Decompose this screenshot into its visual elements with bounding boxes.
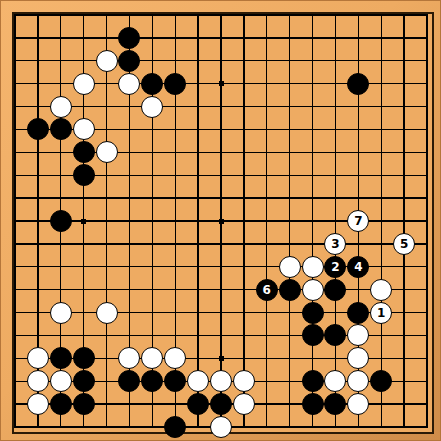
white-stone: [96, 50, 118, 72]
black-stone: [164, 416, 186, 438]
white-stone: [73, 118, 95, 140]
white-stone: [118, 73, 140, 95]
black-stone: 2: [324, 256, 346, 278]
black-stone: [302, 370, 324, 392]
black-stone: [164, 73, 186, 95]
black-stone: [118, 50, 140, 72]
grid-line-horizontal: [14, 243, 427, 244]
black-stone: [50, 347, 72, 369]
white-stone: [141, 347, 163, 369]
black-stone: [73, 347, 95, 369]
white-stone: [50, 302, 72, 324]
white-stone: [302, 279, 324, 301]
white-stone: [279, 256, 301, 278]
star-point: [219, 81, 224, 86]
white-stone: [27, 370, 49, 392]
white-stone: 1: [370, 302, 392, 324]
white-stone: [347, 370, 369, 392]
black-stone: [50, 210, 72, 232]
black-stone: [141, 370, 163, 392]
white-stone: [233, 393, 255, 415]
white-stone: [302, 256, 324, 278]
white-stone: 3: [324, 233, 346, 255]
grid-line-horizontal: [14, 289, 427, 290]
black-stone: [302, 302, 324, 324]
black-stone: [73, 370, 95, 392]
black-stone: [347, 73, 369, 95]
move-number-label: 7: [354, 215, 362, 227]
black-stone: [347, 302, 369, 324]
move-number-label: 5: [400, 238, 408, 250]
grid-line-vertical: [243, 14, 244, 427]
grid-line-vertical: [335, 14, 336, 427]
white-stone: [347, 324, 369, 346]
star-point: [219, 356, 224, 361]
black-stone: [141, 73, 163, 95]
black-stone: [302, 393, 324, 415]
white-stone: [210, 370, 232, 392]
grid-line-vertical: [426, 14, 427, 427]
black-stone: [73, 393, 95, 415]
white-stone: [96, 141, 118, 163]
grid-line-vertical: [403, 14, 404, 427]
move-number-label: 4: [354, 261, 362, 273]
go-board: 7352461: [0, 0, 441, 441]
black-stone: 6: [256, 279, 278, 301]
white-stone: 5: [393, 233, 415, 255]
board-playfield: 7352461: [1, 1, 441, 441]
grid-line-vertical: [289, 14, 290, 427]
move-number-label: 1: [377, 307, 385, 319]
move-number-label: 3: [331, 238, 339, 250]
star-point: [81, 219, 86, 224]
white-stone: [73, 73, 95, 95]
black-stone: [50, 393, 72, 415]
white-stone: [347, 393, 369, 415]
white-stone: [233, 370, 255, 392]
white-stone: [27, 347, 49, 369]
black-stone: [210, 393, 232, 415]
black-stone: [118, 27, 140, 49]
black-stone: [302, 324, 324, 346]
move-number-label: 6: [263, 284, 271, 296]
white-stone: [187, 370, 209, 392]
white-stone: [141, 96, 163, 118]
white-stone: [118, 347, 140, 369]
white-stone: [50, 370, 72, 392]
black-stone: [324, 324, 346, 346]
white-stone: [164, 347, 186, 369]
black-stone: [50, 118, 72, 140]
white-stone: 7: [347, 210, 369, 232]
black-stone: 4: [347, 256, 369, 278]
black-stone: [118, 370, 140, 392]
star-point: [219, 219, 224, 224]
black-stone: [27, 118, 49, 140]
white-stone: [324, 370, 346, 392]
white-stone: [27, 393, 49, 415]
black-stone: [324, 393, 346, 415]
black-stone: [73, 141, 95, 163]
grid-line-vertical: [381, 14, 382, 427]
white-stone: [347, 347, 369, 369]
grid-line-vertical: [312, 14, 313, 427]
white-stone: [96, 302, 118, 324]
black-stone: [73, 164, 95, 186]
white-stone: [50, 96, 72, 118]
white-stone: [210, 416, 232, 438]
black-stone: [279, 279, 301, 301]
black-stone: [164, 370, 186, 392]
black-stone: [187, 393, 209, 415]
grid-line-vertical: [266, 14, 267, 427]
white-stone: [370, 279, 392, 301]
move-number-label: 2: [331, 261, 339, 273]
black-stone: [324, 279, 346, 301]
black-stone: [370, 370, 392, 392]
